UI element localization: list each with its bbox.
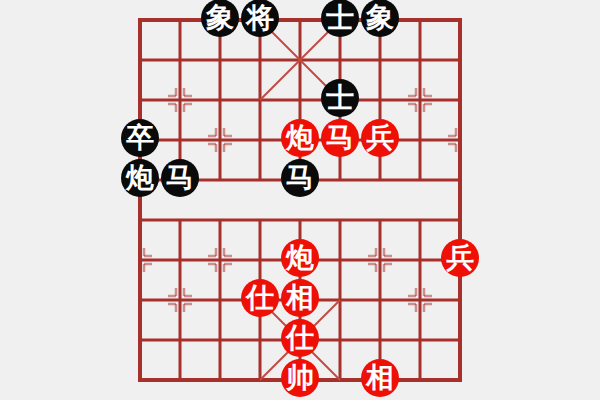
black-elephant[interactable]: 象	[361, 0, 399, 37]
red-elephant[interactable]: 相	[281, 279, 319, 317]
red-soldier[interactable]: 兵	[361, 119, 399, 157]
red-advisor[interactable]: 仕	[281, 319, 319, 357]
xiangqi-board-screen: 象将士象士卒炮马兵炮马马炮兵仕相仕帅相	[0, 0, 600, 400]
black-advisor[interactable]: 士	[321, 79, 359, 117]
red-general[interactable]: 帅	[281, 359, 319, 397]
red-cannon[interactable]: 炮	[281, 239, 319, 277]
red-horse[interactable]: 马	[321, 119, 359, 157]
black-general[interactable]: 将	[241, 0, 279, 37]
black-soldier[interactable]: 卒	[121, 119, 159, 157]
red-cannon[interactable]: 炮	[281, 119, 319, 157]
black-horse[interactable]: 马	[281, 159, 319, 197]
black-elephant[interactable]: 象	[201, 0, 239, 37]
red-elephant[interactable]: 相	[361, 359, 399, 397]
black-cannon[interactable]: 炮	[121, 159, 159, 197]
red-soldier[interactable]: 兵	[441, 239, 479, 277]
red-advisor[interactable]: 仕	[241, 279, 279, 317]
black-horse[interactable]: 马	[161, 159, 199, 197]
pieces-layer: 象将士象士卒炮马兵炮马马炮兵仕相仕帅相	[0, 0, 600, 400]
black-advisor[interactable]: 士	[321, 0, 359, 37]
